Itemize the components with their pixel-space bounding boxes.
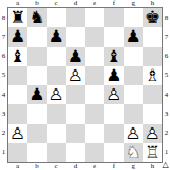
square-e8[interactable] (85, 8, 104, 27)
piece-outline: ♙ (47, 85, 66, 104)
white-to-move-indicator: △ (161, 160, 170, 170)
square-c4[interactable]: ♟♙ (47, 85, 66, 104)
black-pawn: ♟ (27, 85, 46, 104)
file-label-d: d (66, 0, 85, 7)
square-d6[interactable]: ♟ (66, 47, 85, 66)
square-e3[interactable] (85, 104, 104, 123)
square-d3[interactable] (66, 104, 85, 123)
square-b8[interactable]: ♞ (27, 8, 46, 27)
square-g4[interactable] (124, 85, 143, 104)
square-e1[interactable] (85, 143, 104, 162)
square-c6[interactable] (47, 47, 66, 66)
square-h8[interactable]: ♚ (143, 8, 162, 27)
square-a1[interactable] (8, 143, 27, 162)
rank-label-5: 5 (163, 66, 170, 85)
file-label-c: c (47, 163, 66, 170)
black-knight: ♞ (27, 8, 46, 27)
square-c3[interactable] (47, 104, 66, 123)
rank-label-4: 4 (0, 85, 7, 104)
square-f7[interactable] (104, 27, 123, 46)
square-e4[interactable] (85, 85, 104, 104)
square-a7[interactable]: ♟ (8, 27, 27, 46)
file-labels-top: abcdefgh (8, 0, 162, 7)
square-h6[interactable] (143, 47, 162, 66)
black-bishop: ♝ (8, 47, 27, 66)
square-g6[interactable] (124, 47, 143, 66)
square-a3[interactable] (8, 104, 27, 123)
square-h4[interactable] (143, 85, 162, 104)
square-d7[interactable] (66, 27, 85, 46)
file-label-g: g (124, 0, 143, 7)
file-label-c: c (47, 0, 66, 7)
piece-outline: ♙ (124, 124, 143, 143)
rank-label-7: 7 (163, 27, 170, 46)
rank-label-7: 7 (0, 27, 7, 46)
board: ♜♞♚♟♟♟♝♟♝♟♙♟♝♗♟♟♙♟♙♟♙♟♙♟♙♞♘♜♖ (7, 7, 163, 163)
square-d2[interactable] (66, 124, 85, 143)
black-rook: ♜ (8, 8, 27, 27)
chess-diagram: abcdefgh abcdefgh 87654321 87654321 ♜♞♚♟… (0, 0, 170, 170)
square-g1[interactable]: ♞♘ (124, 143, 143, 162)
rank-label-2: 2 (163, 124, 170, 143)
file-label-b: b (27, 0, 46, 7)
square-d1[interactable] (66, 143, 85, 162)
file-label-f: f (104, 163, 123, 170)
square-c5[interactable] (47, 66, 66, 85)
square-g8[interactable] (124, 8, 143, 27)
square-a2[interactable]: ♟♙ (8, 124, 27, 143)
piece-outline: ♖ (143, 143, 162, 162)
square-f4[interactable]: ♟♙ (104, 85, 123, 104)
rank-labels-left: 87654321 (0, 8, 7, 162)
square-h1[interactable]: ♜♖ (143, 143, 162, 162)
square-h7[interactable] (143, 27, 162, 46)
square-e6[interactable] (85, 47, 104, 66)
rank-labels-right: 87654321 (163, 8, 170, 162)
file-label-d: d (66, 163, 85, 170)
file-label-b: b (27, 163, 46, 170)
square-g2[interactable]: ♟♙ (124, 124, 143, 143)
white-pawn: ♟♙ (104, 85, 123, 104)
square-d5[interactable]: ♟♙ (66, 66, 85, 85)
rank-label-4: 4 (163, 85, 170, 104)
file-label-a: a (8, 0, 27, 7)
file-label-g: g (124, 163, 143, 170)
rank-label-1: 1 (0, 143, 7, 162)
square-f1[interactable] (104, 143, 123, 162)
square-a4[interactable] (8, 85, 27, 104)
rank-label-6: 6 (163, 47, 170, 66)
square-a8[interactable]: ♜ (8, 8, 27, 27)
square-d4[interactable] (66, 85, 85, 104)
square-b3[interactable] (27, 104, 46, 123)
square-b1[interactable] (27, 143, 46, 162)
black-bishop: ♝ (104, 47, 123, 66)
square-a5[interactable] (8, 66, 27, 85)
piece-outline: ♙ (8, 124, 27, 143)
rank-label-5: 5 (0, 66, 7, 85)
square-b7[interactable] (27, 27, 46, 46)
square-e7[interactable] (85, 27, 104, 46)
white-rook: ♜♖ (143, 143, 162, 162)
square-c2[interactable] (47, 124, 66, 143)
rank-label-8: 8 (163, 8, 170, 27)
square-h5[interactable]: ♝♗ (143, 66, 162, 85)
file-label-e: e (85, 0, 104, 7)
black-pawn: ♟ (8, 27, 27, 46)
file-labels-bottom: abcdefgh (8, 163, 162, 170)
white-pawn: ♟♙ (66, 66, 85, 85)
square-d8[interactable] (66, 8, 85, 27)
file-label-h: h (143, 0, 162, 7)
file-label-a: a (8, 163, 27, 170)
rank-label-8: 8 (0, 8, 7, 27)
piece-outline: ♙ (66, 66, 85, 85)
square-g5[interactable] (124, 66, 143, 85)
square-f2[interactable] (104, 124, 123, 143)
square-c1[interactable] (47, 143, 66, 162)
square-c7[interactable]: ♟ (47, 27, 66, 46)
file-label-h: h (143, 163, 162, 170)
file-label-e: e (85, 163, 104, 170)
square-g3[interactable] (124, 104, 143, 123)
square-b6[interactable] (27, 47, 46, 66)
white-knight: ♞♘ (124, 143, 143, 162)
piece-outline: ♙ (143, 124, 162, 143)
rank-label-3: 3 (163, 104, 170, 123)
piece-outline: ♙ (104, 85, 123, 104)
rank-label-6: 6 (0, 47, 7, 66)
black-pawn: ♟ (66, 47, 85, 66)
square-b5[interactable] (27, 66, 46, 85)
square-h3[interactable] (143, 104, 162, 123)
white-pawn: ♟♙ (47, 85, 66, 104)
white-bishop: ♝♗ (143, 66, 162, 85)
square-f3[interactable] (104, 104, 123, 123)
square-a6[interactable]: ♝ (8, 47, 27, 66)
square-e2[interactable] (85, 124, 104, 143)
square-c8[interactable] (47, 8, 66, 27)
square-f8[interactable] (104, 8, 123, 27)
rank-label-3: 3 (0, 104, 7, 123)
file-label-f: f (104, 0, 123, 7)
white-pawn: ♟♙ (124, 124, 143, 143)
white-pawn: ♟♙ (8, 124, 27, 143)
black-king: ♚ (143, 8, 162, 27)
piece-outline: ♗ (143, 66, 162, 85)
piece-outline: ♘ (124, 143, 143, 162)
square-e5[interactable] (85, 66, 104, 85)
square-f6[interactable]: ♝ (104, 47, 123, 66)
black-pawn: ♟ (104, 66, 123, 85)
square-b4[interactable]: ♟ (27, 85, 46, 104)
square-g7[interactable]: ♟ (124, 27, 143, 46)
square-b2[interactable] (27, 124, 46, 143)
black-pawn: ♟ (47, 27, 66, 46)
black-pawn: ♟ (124, 27, 143, 46)
white-pawn: ♟♙ (143, 124, 162, 143)
square-f5[interactable]: ♟ (104, 66, 123, 85)
rank-label-2: 2 (0, 124, 7, 143)
square-h2[interactable]: ♟♙ (143, 124, 162, 143)
